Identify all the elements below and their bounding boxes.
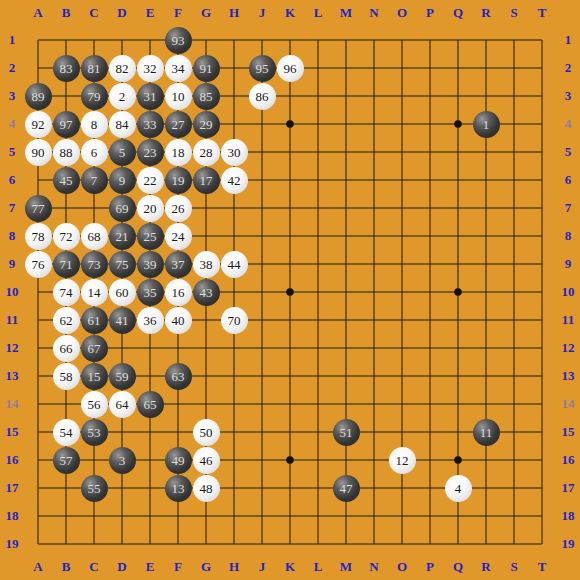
point-F6[interactable]: 19 bbox=[164, 166, 192, 194]
point-H13[interactable] bbox=[220, 362, 248, 390]
point-A4[interactable]: 92 bbox=[24, 110, 52, 138]
point-A11[interactable] bbox=[24, 306, 52, 334]
point-D15[interactable] bbox=[108, 418, 136, 446]
point-C7[interactable] bbox=[80, 194, 108, 222]
point-C8[interactable]: 68 bbox=[80, 222, 108, 250]
point-L12[interactable] bbox=[304, 334, 332, 362]
point-A5[interactable]: 90 bbox=[24, 138, 52, 166]
point-R5[interactable] bbox=[472, 138, 500, 166]
point-B13[interactable]: 58 bbox=[52, 362, 80, 390]
point-G14[interactable] bbox=[192, 390, 220, 418]
point-L3[interactable] bbox=[304, 82, 332, 110]
point-S5[interactable] bbox=[500, 138, 528, 166]
point-R17[interactable] bbox=[472, 474, 500, 502]
point-P17[interactable] bbox=[416, 474, 444, 502]
point-F1[interactable]: 93 bbox=[164, 26, 192, 54]
point-T2[interactable] bbox=[528, 54, 556, 82]
point-A6[interactable] bbox=[24, 166, 52, 194]
point-A3[interactable]: 89 bbox=[24, 82, 52, 110]
point-O3[interactable] bbox=[388, 82, 416, 110]
point-C10[interactable]: 14 bbox=[80, 278, 108, 306]
point-N7[interactable] bbox=[360, 194, 388, 222]
point-S2[interactable] bbox=[500, 54, 528, 82]
point-F11[interactable]: 40 bbox=[164, 306, 192, 334]
point-T8[interactable] bbox=[528, 222, 556, 250]
point-O14[interactable] bbox=[388, 390, 416, 418]
point-M3[interactable] bbox=[332, 82, 360, 110]
point-A9[interactable]: 76 bbox=[24, 250, 52, 278]
point-H10[interactable] bbox=[220, 278, 248, 306]
point-H11[interactable]: 70 bbox=[220, 306, 248, 334]
point-G1[interactable] bbox=[192, 26, 220, 54]
point-L7[interactable] bbox=[304, 194, 332, 222]
point-B10[interactable]: 74 bbox=[52, 278, 80, 306]
point-M18[interactable] bbox=[332, 502, 360, 530]
point-S1[interactable] bbox=[500, 26, 528, 54]
point-C5[interactable]: 6 bbox=[80, 138, 108, 166]
point-J15[interactable] bbox=[248, 418, 276, 446]
point-F2[interactable]: 34 bbox=[164, 54, 192, 82]
point-L6[interactable] bbox=[304, 166, 332, 194]
point-D7[interactable]: 69 bbox=[108, 194, 136, 222]
point-M9[interactable] bbox=[332, 250, 360, 278]
point-H17[interactable] bbox=[220, 474, 248, 502]
point-N10[interactable] bbox=[360, 278, 388, 306]
point-P5[interactable] bbox=[416, 138, 444, 166]
point-H2[interactable] bbox=[220, 54, 248, 82]
point-K14[interactable] bbox=[276, 390, 304, 418]
point-B8[interactable]: 72 bbox=[52, 222, 80, 250]
point-M5[interactable] bbox=[332, 138, 360, 166]
point-O4[interactable] bbox=[388, 110, 416, 138]
point-F9[interactable]: 37 bbox=[164, 250, 192, 278]
point-M13[interactable] bbox=[332, 362, 360, 390]
point-J18[interactable] bbox=[248, 502, 276, 530]
point-H3[interactable] bbox=[220, 82, 248, 110]
point-M15[interactable]: 51 bbox=[332, 418, 360, 446]
point-G4[interactable]: 29 bbox=[192, 110, 220, 138]
point-J16[interactable] bbox=[248, 446, 276, 474]
point-L17[interactable] bbox=[304, 474, 332, 502]
point-P3[interactable] bbox=[416, 82, 444, 110]
point-M16[interactable] bbox=[332, 446, 360, 474]
point-P9[interactable] bbox=[416, 250, 444, 278]
point-P6[interactable] bbox=[416, 166, 444, 194]
point-O8[interactable] bbox=[388, 222, 416, 250]
point-R6[interactable] bbox=[472, 166, 500, 194]
point-J8[interactable] bbox=[248, 222, 276, 250]
point-E12[interactable] bbox=[136, 334, 164, 362]
point-J12[interactable] bbox=[248, 334, 276, 362]
point-O12[interactable] bbox=[388, 334, 416, 362]
point-G11[interactable] bbox=[192, 306, 220, 334]
point-C9[interactable]: 73 bbox=[80, 250, 108, 278]
point-N6[interactable] bbox=[360, 166, 388, 194]
point-L18[interactable] bbox=[304, 502, 332, 530]
point-P2[interactable] bbox=[416, 54, 444, 82]
point-F5[interactable]: 18 bbox=[164, 138, 192, 166]
point-G7[interactable] bbox=[192, 194, 220, 222]
point-J14[interactable] bbox=[248, 390, 276, 418]
point-F16[interactable]: 49 bbox=[164, 446, 192, 474]
point-K8[interactable] bbox=[276, 222, 304, 250]
point-E3[interactable]: 31 bbox=[136, 82, 164, 110]
point-M14[interactable] bbox=[332, 390, 360, 418]
point-H12[interactable] bbox=[220, 334, 248, 362]
point-R10[interactable] bbox=[472, 278, 500, 306]
point-N11[interactable] bbox=[360, 306, 388, 334]
point-G9[interactable]: 38 bbox=[192, 250, 220, 278]
point-D2[interactable]: 82 bbox=[108, 54, 136, 82]
point-H1[interactable] bbox=[220, 26, 248, 54]
point-N1[interactable] bbox=[360, 26, 388, 54]
point-R8[interactable] bbox=[472, 222, 500, 250]
point-H14[interactable] bbox=[220, 390, 248, 418]
point-P1[interactable] bbox=[416, 26, 444, 54]
point-F13[interactable]: 63 bbox=[164, 362, 192, 390]
point-E8[interactable]: 25 bbox=[136, 222, 164, 250]
point-P16[interactable] bbox=[416, 446, 444, 474]
point-A10[interactable] bbox=[24, 278, 52, 306]
point-F15[interactable] bbox=[164, 418, 192, 446]
point-E13[interactable] bbox=[136, 362, 164, 390]
point-G13[interactable] bbox=[192, 362, 220, 390]
point-H6[interactable]: 42 bbox=[220, 166, 248, 194]
point-J9[interactable] bbox=[248, 250, 276, 278]
point-C14[interactable]: 56 bbox=[80, 390, 108, 418]
point-J3[interactable]: 86 bbox=[248, 82, 276, 110]
point-C11[interactable]: 61 bbox=[80, 306, 108, 334]
point-K6[interactable] bbox=[276, 166, 304, 194]
point-J10[interactable] bbox=[248, 278, 276, 306]
point-N9[interactable] bbox=[360, 250, 388, 278]
point-G3[interactable]: 85 bbox=[192, 82, 220, 110]
point-A13[interactable] bbox=[24, 362, 52, 390]
point-L1[interactable] bbox=[304, 26, 332, 54]
point-P13[interactable] bbox=[416, 362, 444, 390]
point-Q18[interactable] bbox=[444, 502, 472, 530]
point-T12[interactable] bbox=[528, 334, 556, 362]
point-N14[interactable] bbox=[360, 390, 388, 418]
point-A12[interactable] bbox=[24, 334, 52, 362]
point-C3[interactable]: 79 bbox=[80, 82, 108, 110]
point-S3[interactable] bbox=[500, 82, 528, 110]
point-K11[interactable] bbox=[276, 306, 304, 334]
point-B17[interactable] bbox=[52, 474, 80, 502]
point-D4[interactable]: 84 bbox=[108, 110, 136, 138]
point-O6[interactable] bbox=[388, 166, 416, 194]
point-K12[interactable] bbox=[276, 334, 304, 362]
point-G2[interactable]: 91 bbox=[192, 54, 220, 82]
point-Q11[interactable] bbox=[444, 306, 472, 334]
point-D18[interactable] bbox=[108, 502, 136, 530]
point-L16[interactable] bbox=[304, 446, 332, 474]
point-S9[interactable] bbox=[500, 250, 528, 278]
point-H7[interactable] bbox=[220, 194, 248, 222]
point-H4[interactable] bbox=[220, 110, 248, 138]
point-S13[interactable] bbox=[500, 362, 528, 390]
point-O13[interactable] bbox=[388, 362, 416, 390]
point-F7[interactable]: 26 bbox=[164, 194, 192, 222]
point-A17[interactable] bbox=[24, 474, 52, 502]
point-N5[interactable] bbox=[360, 138, 388, 166]
point-P15[interactable] bbox=[416, 418, 444, 446]
point-O2[interactable] bbox=[388, 54, 416, 82]
point-Q15[interactable] bbox=[444, 418, 472, 446]
point-S15[interactable] bbox=[500, 418, 528, 446]
point-O7[interactable] bbox=[388, 194, 416, 222]
point-C16[interactable] bbox=[80, 446, 108, 474]
point-T17[interactable] bbox=[528, 474, 556, 502]
point-Q7[interactable] bbox=[444, 194, 472, 222]
point-D14[interactable]: 64 bbox=[108, 390, 136, 418]
point-P7[interactable] bbox=[416, 194, 444, 222]
point-A7[interactable]: 77 bbox=[24, 194, 52, 222]
point-O15[interactable] bbox=[388, 418, 416, 446]
point-H5[interactable]: 30 bbox=[220, 138, 248, 166]
point-K4[interactable] bbox=[276, 110, 304, 138]
point-R13[interactable] bbox=[472, 362, 500, 390]
point-S11[interactable] bbox=[500, 306, 528, 334]
point-B2[interactable]: 83 bbox=[52, 54, 80, 82]
point-L14[interactable] bbox=[304, 390, 332, 418]
point-D10[interactable]: 60 bbox=[108, 278, 136, 306]
point-P10[interactable] bbox=[416, 278, 444, 306]
point-J13[interactable] bbox=[248, 362, 276, 390]
point-Q17[interactable]: 4 bbox=[444, 474, 472, 502]
point-H16[interactable] bbox=[220, 446, 248, 474]
point-L13[interactable] bbox=[304, 362, 332, 390]
point-R14[interactable] bbox=[472, 390, 500, 418]
point-E6[interactable]: 22 bbox=[136, 166, 164, 194]
point-A1[interactable] bbox=[24, 26, 52, 54]
point-K3[interactable] bbox=[276, 82, 304, 110]
point-B12[interactable]: 66 bbox=[52, 334, 80, 362]
point-P4[interactable] bbox=[416, 110, 444, 138]
point-B6[interactable]: 45 bbox=[52, 166, 80, 194]
point-L2[interactable] bbox=[304, 54, 332, 82]
point-D9[interactable]: 75 bbox=[108, 250, 136, 278]
point-O9[interactable] bbox=[388, 250, 416, 278]
point-E1[interactable] bbox=[136, 26, 164, 54]
point-O11[interactable] bbox=[388, 306, 416, 334]
point-M6[interactable] bbox=[332, 166, 360, 194]
point-C4[interactable]: 8 bbox=[80, 110, 108, 138]
point-K2[interactable]: 96 bbox=[276, 54, 304, 82]
point-B18[interactable] bbox=[52, 502, 80, 530]
point-F17[interactable]: 13 bbox=[164, 474, 192, 502]
point-J7[interactable] bbox=[248, 194, 276, 222]
point-A15[interactable] bbox=[24, 418, 52, 446]
point-S14[interactable] bbox=[500, 390, 528, 418]
point-G5[interactable]: 28 bbox=[192, 138, 220, 166]
point-T6[interactable] bbox=[528, 166, 556, 194]
point-H15[interactable] bbox=[220, 418, 248, 446]
point-K10[interactable] bbox=[276, 278, 304, 306]
point-E4[interactable]: 33 bbox=[136, 110, 164, 138]
point-L8[interactable] bbox=[304, 222, 332, 250]
point-B14[interactable] bbox=[52, 390, 80, 418]
point-T15[interactable] bbox=[528, 418, 556, 446]
point-O5[interactable] bbox=[388, 138, 416, 166]
point-S17[interactable] bbox=[500, 474, 528, 502]
point-A14[interactable] bbox=[24, 390, 52, 418]
point-P14[interactable] bbox=[416, 390, 444, 418]
point-G8[interactable] bbox=[192, 222, 220, 250]
point-D3[interactable]: 2 bbox=[108, 82, 136, 110]
point-T11[interactable] bbox=[528, 306, 556, 334]
point-E16[interactable] bbox=[136, 446, 164, 474]
point-A16[interactable] bbox=[24, 446, 52, 474]
point-Q1[interactable] bbox=[444, 26, 472, 54]
point-M17[interactable]: 47 bbox=[332, 474, 360, 502]
point-S7[interactable] bbox=[500, 194, 528, 222]
point-T3[interactable] bbox=[528, 82, 556, 110]
point-L10[interactable] bbox=[304, 278, 332, 306]
point-N17[interactable] bbox=[360, 474, 388, 502]
point-K16[interactable] bbox=[276, 446, 304, 474]
point-R11[interactable] bbox=[472, 306, 500, 334]
point-Q2[interactable] bbox=[444, 54, 472, 82]
point-N13[interactable] bbox=[360, 362, 388, 390]
point-B5[interactable]: 88 bbox=[52, 138, 80, 166]
point-Q8[interactable] bbox=[444, 222, 472, 250]
point-P18[interactable] bbox=[416, 502, 444, 530]
point-R15[interactable]: 11 bbox=[472, 418, 500, 446]
point-C12[interactable]: 67 bbox=[80, 334, 108, 362]
point-J1[interactable] bbox=[248, 26, 276, 54]
point-S18[interactable] bbox=[500, 502, 528, 530]
point-M4[interactable] bbox=[332, 110, 360, 138]
point-C2[interactable]: 81 bbox=[80, 54, 108, 82]
point-B3[interactable] bbox=[52, 82, 80, 110]
point-D5[interactable]: 5 bbox=[108, 138, 136, 166]
point-F18[interactable] bbox=[164, 502, 192, 530]
point-D13[interactable]: 59 bbox=[108, 362, 136, 390]
point-F12[interactable] bbox=[164, 334, 192, 362]
point-K17[interactable] bbox=[276, 474, 304, 502]
point-M12[interactable] bbox=[332, 334, 360, 362]
point-C18[interactable] bbox=[80, 502, 108, 530]
point-T14[interactable] bbox=[528, 390, 556, 418]
point-K13[interactable] bbox=[276, 362, 304, 390]
point-M1[interactable] bbox=[332, 26, 360, 54]
point-L4[interactable] bbox=[304, 110, 332, 138]
point-C17[interactable]: 55 bbox=[80, 474, 108, 502]
point-Q5[interactable] bbox=[444, 138, 472, 166]
point-A2[interactable] bbox=[24, 54, 52, 82]
point-Q9[interactable] bbox=[444, 250, 472, 278]
point-Q13[interactable] bbox=[444, 362, 472, 390]
point-T7[interactable] bbox=[528, 194, 556, 222]
point-F4[interactable]: 27 bbox=[164, 110, 192, 138]
point-R18[interactable] bbox=[472, 502, 500, 530]
point-Q4[interactable] bbox=[444, 110, 472, 138]
point-C13[interactable]: 15 bbox=[80, 362, 108, 390]
point-H9[interactable]: 44 bbox=[220, 250, 248, 278]
point-B11[interactable]: 62 bbox=[52, 306, 80, 334]
point-J5[interactable] bbox=[248, 138, 276, 166]
point-A8[interactable]: 78 bbox=[24, 222, 52, 250]
point-O16[interactable]: 12 bbox=[388, 446, 416, 474]
point-R12[interactable] bbox=[472, 334, 500, 362]
point-B4[interactable]: 97 bbox=[52, 110, 80, 138]
point-N15[interactable] bbox=[360, 418, 388, 446]
point-J6[interactable] bbox=[248, 166, 276, 194]
point-G10[interactable]: 43 bbox=[192, 278, 220, 306]
point-J17[interactable] bbox=[248, 474, 276, 502]
point-H8[interactable] bbox=[220, 222, 248, 250]
point-T13[interactable] bbox=[528, 362, 556, 390]
point-Q16[interactable] bbox=[444, 446, 472, 474]
point-T10[interactable] bbox=[528, 278, 556, 306]
point-K15[interactable] bbox=[276, 418, 304, 446]
point-C1[interactable] bbox=[80, 26, 108, 54]
point-F14[interactable] bbox=[164, 390, 192, 418]
point-D11[interactable]: 41 bbox=[108, 306, 136, 334]
point-P12[interactable] bbox=[416, 334, 444, 362]
point-L11[interactable] bbox=[304, 306, 332, 334]
point-D6[interactable]: 9 bbox=[108, 166, 136, 194]
point-P11[interactable] bbox=[416, 306, 444, 334]
point-S4[interactable] bbox=[500, 110, 528, 138]
point-S6[interactable] bbox=[500, 166, 528, 194]
point-K7[interactable] bbox=[276, 194, 304, 222]
point-T9[interactable] bbox=[528, 250, 556, 278]
point-M8[interactable] bbox=[332, 222, 360, 250]
point-E17[interactable] bbox=[136, 474, 164, 502]
point-R16[interactable] bbox=[472, 446, 500, 474]
point-E11[interactable]: 36 bbox=[136, 306, 164, 334]
point-A18[interactable] bbox=[24, 502, 52, 530]
point-O1[interactable] bbox=[388, 26, 416, 54]
point-Q14[interactable] bbox=[444, 390, 472, 418]
point-E2[interactable]: 32 bbox=[136, 54, 164, 82]
point-T5[interactable] bbox=[528, 138, 556, 166]
point-T1[interactable] bbox=[528, 26, 556, 54]
point-Q6[interactable] bbox=[444, 166, 472, 194]
point-G12[interactable] bbox=[192, 334, 220, 362]
point-L15[interactable] bbox=[304, 418, 332, 446]
point-O18[interactable] bbox=[388, 502, 416, 530]
point-R7[interactable] bbox=[472, 194, 500, 222]
point-N12[interactable] bbox=[360, 334, 388, 362]
point-K9[interactable] bbox=[276, 250, 304, 278]
point-D12[interactable] bbox=[108, 334, 136, 362]
point-C15[interactable]: 53 bbox=[80, 418, 108, 446]
point-G18[interactable] bbox=[192, 502, 220, 530]
point-D8[interactable]: 21 bbox=[108, 222, 136, 250]
point-E10[interactable]: 35 bbox=[136, 278, 164, 306]
point-N3[interactable] bbox=[360, 82, 388, 110]
point-S8[interactable] bbox=[500, 222, 528, 250]
point-O10[interactable] bbox=[388, 278, 416, 306]
point-K5[interactable] bbox=[276, 138, 304, 166]
point-L9[interactable] bbox=[304, 250, 332, 278]
point-N2[interactable] bbox=[360, 54, 388, 82]
point-K1[interactable] bbox=[276, 26, 304, 54]
point-G6[interactable]: 17 bbox=[192, 166, 220, 194]
point-B16[interactable]: 57 bbox=[52, 446, 80, 474]
point-L5[interactable] bbox=[304, 138, 332, 166]
point-F3[interactable]: 10 bbox=[164, 82, 192, 110]
point-E5[interactable]: 23 bbox=[136, 138, 164, 166]
point-R4[interactable]: 1 bbox=[472, 110, 500, 138]
point-P8[interactable] bbox=[416, 222, 444, 250]
point-J4[interactable] bbox=[248, 110, 276, 138]
point-J11[interactable] bbox=[248, 306, 276, 334]
point-M2[interactable] bbox=[332, 54, 360, 82]
